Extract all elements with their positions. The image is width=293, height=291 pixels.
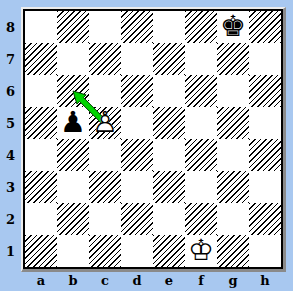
square-b7[interactable]: [57, 43, 89, 75]
square-f1[interactable]: ♚♔: [185, 235, 217, 267]
chess-diagram: 87654321 ♚♟♟♙♚♔ abcdefgh: [0, 0, 293, 291]
board-frame: ♚♟♟♙♚♔: [23, 9, 283, 269]
square-h2[interactable]: [249, 203, 281, 235]
board-grid: ♚♟♟♙♚♔: [25, 11, 281, 267]
square-h7[interactable]: [249, 43, 281, 75]
square-b8[interactable]: [57, 11, 89, 43]
file-label-c: c: [89, 271, 121, 290]
rank-label-8: 8: [0, 11, 21, 43]
file-labels: abcdefgh: [25, 271, 281, 290]
square-c7[interactable]: [89, 43, 121, 75]
square-b1[interactable]: [57, 235, 89, 267]
square-h6[interactable]: [249, 75, 281, 107]
file-label-d: d: [121, 271, 153, 290]
square-e2[interactable]: [153, 203, 185, 235]
square-c4[interactable]: [89, 139, 121, 171]
square-e7[interactable]: [153, 43, 185, 75]
square-f7[interactable]: [185, 43, 217, 75]
square-f4[interactable]: [185, 139, 217, 171]
square-h8[interactable]: [249, 11, 281, 43]
square-a2[interactable]: [25, 203, 57, 235]
white-pawn-c5[interactable]: ♙: [89, 107, 121, 139]
square-g5[interactable]: [217, 107, 249, 139]
square-c6[interactable]: [89, 75, 121, 107]
square-f3[interactable]: [185, 171, 217, 203]
square-e5[interactable]: [153, 107, 185, 139]
square-h3[interactable]: [249, 171, 281, 203]
square-b5[interactable]: ♟: [57, 107, 89, 139]
square-d6[interactable]: [121, 75, 153, 107]
square-f5[interactable]: [185, 107, 217, 139]
white-king-f1[interactable]: ♔: [185, 235, 217, 267]
square-a7[interactable]: [25, 43, 57, 75]
rank-label-4: 4: [0, 139, 21, 171]
rank-label-1: 1: [0, 235, 21, 267]
square-d1[interactable]: [121, 235, 153, 267]
rank-label-3: 3: [0, 171, 21, 203]
square-b4[interactable]: [57, 139, 89, 171]
square-d5[interactable]: [121, 107, 153, 139]
square-d3[interactable]: [121, 171, 153, 203]
square-h4[interactable]: [249, 139, 281, 171]
square-g6[interactable]: [217, 75, 249, 107]
file-label-f: f: [185, 271, 217, 290]
square-a6[interactable]: [25, 75, 57, 107]
square-b3[interactable]: [57, 171, 89, 203]
rank-label-5: 5: [0, 107, 21, 139]
square-b2[interactable]: [57, 203, 89, 235]
square-c1[interactable]: [89, 235, 121, 267]
square-a3[interactable]: [25, 171, 57, 203]
board-panel: ♚♟♟♙♚♔: [21, 7, 286, 272]
square-g7[interactable]: [217, 43, 249, 75]
square-g1[interactable]: [217, 235, 249, 267]
square-d2[interactable]: [121, 203, 153, 235]
square-c3[interactable]: [89, 171, 121, 203]
square-e1[interactable]: [153, 235, 185, 267]
square-e3[interactable]: [153, 171, 185, 203]
square-c5[interactable]: ♟♙: [89, 107, 121, 139]
file-label-g: g: [217, 271, 249, 290]
square-e4[interactable]: [153, 139, 185, 171]
square-a8[interactable]: [25, 11, 57, 43]
file-label-e: e: [153, 271, 185, 290]
square-e8[interactable]: [153, 11, 185, 43]
rank-labels: 87654321: [0, 11, 21, 267]
rank-label-2: 2: [0, 203, 21, 235]
rank-label-6: 6: [0, 75, 21, 107]
square-a5[interactable]: [25, 107, 57, 139]
black-pawn-b5[interactable]: ♟: [57, 107, 89, 139]
square-g4[interactable]: [217, 139, 249, 171]
rank-label-7: 7: [0, 43, 21, 75]
square-d8[interactable]: [121, 11, 153, 43]
file-label-a: a: [25, 271, 57, 290]
square-c2[interactable]: [89, 203, 121, 235]
square-f8[interactable]: [185, 11, 217, 43]
square-f2[interactable]: [185, 203, 217, 235]
square-h1[interactable]: [249, 235, 281, 267]
square-g2[interactable]: [217, 203, 249, 235]
black-king-g8[interactable]: ♚: [217, 11, 249, 43]
square-a4[interactable]: [25, 139, 57, 171]
square-a1[interactable]: [25, 235, 57, 267]
square-f6[interactable]: [185, 75, 217, 107]
square-b6[interactable]: [57, 75, 89, 107]
square-g8[interactable]: ♚: [217, 11, 249, 43]
square-e6[interactable]: [153, 75, 185, 107]
file-label-h: h: [249, 271, 281, 290]
square-d4[interactable]: [121, 139, 153, 171]
square-h5[interactable]: [249, 107, 281, 139]
square-c8[interactable]: [89, 11, 121, 43]
square-d7[interactable]: [121, 43, 153, 75]
square-g3[interactable]: [217, 171, 249, 203]
file-label-b: b: [57, 271, 89, 290]
